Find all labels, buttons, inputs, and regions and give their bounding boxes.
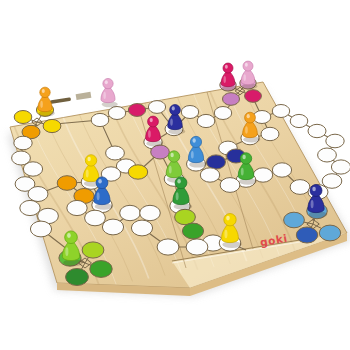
track-space[interactable] [131,220,152,236]
track-space[interactable] [214,107,231,120]
pawn-sheen [241,168,244,176]
track-space-orchid[interactable] [151,145,170,159]
track-space[interactable] [140,205,161,220]
track-space[interactable] [120,205,141,220]
pawn-head [175,177,187,189]
pawn-highlight [105,80,108,84]
manufacturer-stamp [76,92,92,100]
track-space[interactable] [106,146,125,160]
track-space-green[interactable] [182,223,203,239]
track-space[interactable] [85,210,106,226]
pawn-body [241,70,255,85]
pawn-highlight [172,106,175,110]
track-space[interactable] [261,127,279,140]
pawn-sheen [245,126,248,133]
track-space[interactable] [253,111,271,124]
track-space[interactable] [331,160,350,174]
track-space[interactable] [28,187,48,202]
pawn-head [240,153,251,164]
pawn-pink[interactable] [101,78,118,107]
track-space-navy[interactable] [207,155,226,169]
pawn-highlight [87,157,90,162]
pawn-highlight [170,153,173,157]
pawn-highlight [226,216,230,221]
pawn-sheen [97,192,100,200]
home-space-blue[interactable] [296,227,317,243]
pawn-highlight [150,118,153,122]
track-space[interactable] [220,178,240,193]
pawn-head [310,185,322,197]
home-space-yellow[interactable] [14,111,32,124]
track-space[interactable] [290,180,310,195]
pawn-sheen [191,151,194,159]
track-space[interactable] [186,239,208,255]
track-space[interactable] [157,239,179,255]
track-space[interactable] [23,162,42,176]
board-slit [50,97,71,104]
ludo-board: goki [0,0,350,350]
track-space-magenta[interactable] [128,104,145,117]
pawn-head [103,78,113,88]
pawn-head [170,105,181,116]
track-space[interactable] [308,124,326,137]
pawn-sheen [40,101,43,108]
pawn-sheen [148,130,151,137]
track-space[interactable] [20,200,40,215]
pawn-sheen [170,118,173,125]
pawn-highlight [42,89,45,93]
pawn-pink[interactable] [241,61,257,89]
pawn-highlight [177,179,180,184]
pawn-head [65,231,78,244]
home-space-blue[interactable] [319,225,340,241]
track-space[interactable] [148,101,165,114]
home-space-green[interactable] [66,269,89,286]
home-space-green[interactable] [90,261,112,278]
pawn-head [85,155,96,166]
pawn-body [38,96,52,112]
home-space-green[interactable] [82,242,104,258]
pawn-head [224,214,236,226]
track-space[interactable] [200,168,219,182]
pawn-head [96,177,108,189]
track-space[interactable] [14,136,32,150]
track-space[interactable] [67,200,87,215]
track-space-lime[interactable] [175,209,196,224]
track-space-orange[interactable] [57,176,77,191]
pawn-sheen [169,166,172,174]
home-space-pink[interactable] [223,93,240,106]
pawn-sheen [103,92,106,99]
pawn-highlight [247,114,250,118]
pawn-head [245,112,256,123]
pawn-head [243,61,253,71]
track-space[interactable] [102,219,123,235]
track-space[interactable] [322,174,342,189]
home-space-yellow[interactable] [43,119,61,132]
track-space[interactable] [290,114,308,127]
pawn-body [221,72,235,87]
pawn-highlight [242,155,245,159]
pawn-highlight [98,179,101,184]
track-space[interactable] [91,113,109,126]
track-space-yellow[interactable] [128,165,147,179]
home-space-blue[interactable] [284,212,305,228]
pawn-head [168,151,179,162]
track-space[interactable] [108,107,125,120]
pawn-sheen [224,230,227,239]
track-space[interactable] [197,114,215,127]
pawn-sheen [243,74,245,81]
track-space[interactable] [318,148,337,162]
pawn-highlight [193,138,196,142]
pawn-magenta[interactable] [221,63,237,91]
pawn-highlight [67,233,71,238]
pawn-sheen [311,200,314,208]
track-space[interactable] [272,105,289,118]
pawn-body [101,87,115,102]
track-space[interactable] [326,134,344,148]
home-space-pink[interactable] [245,90,262,103]
pawn-head [40,87,50,97]
pawn-head [190,136,201,147]
track-space[interactable] [181,106,198,119]
pawn-highlight [225,65,228,69]
pawn-highlight [312,187,316,192]
pawn-head [148,116,159,127]
pawn-sheen [65,247,68,256]
pawn-highlight [245,63,248,67]
track-space[interactable] [272,163,291,177]
pawn-sheen [176,192,179,200]
pawn-sheen [223,76,225,83]
track-space[interactable] [30,221,51,237]
pawn-head [223,63,233,73]
board-layers [8,61,350,296]
pawn-sheen [86,170,89,178]
ludo-product-photo: goki [0,0,350,350]
